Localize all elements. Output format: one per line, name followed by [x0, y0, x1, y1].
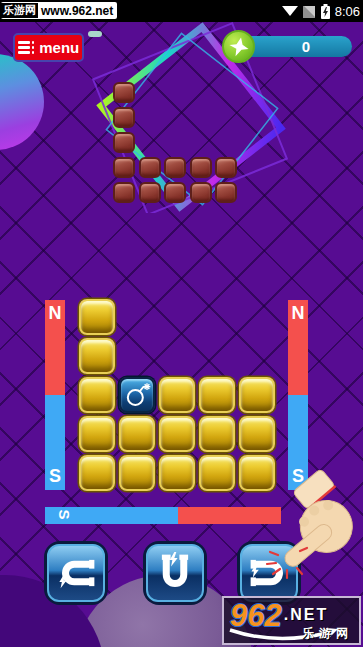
watermark-net: .NET — [284, 606, 328, 624]
score-value: 0 — [238, 36, 352, 57]
gold-block[interactable] — [119, 416, 155, 452]
gold-block[interactable] — [239, 377, 275, 413]
battery-charging-icon — [321, 4, 330, 19]
gold-block[interactable] — [79, 338, 115, 374]
signal-icon — [303, 5, 316, 18]
gold-block[interactable] — [199, 416, 235, 452]
site-name: 乐游网 — [1, 3, 38, 18]
watermark-caption: 乐游网 — [302, 625, 353, 642]
gold-block[interactable] — [159, 455, 195, 491]
bomb-block[interactable] — [119, 377, 155, 413]
gold-block[interactable] — [239, 416, 275, 452]
green-gem-icon — [222, 30, 255, 63]
status-bar: 乐游网 www.962.net 8:06 — [0, 0, 363, 22]
gold-block[interactable] — [79, 299, 115, 335]
hamburger-icon — [18, 41, 35, 54]
gold-block[interactable] — [79, 455, 115, 491]
menu-button[interactable]: menu — [13, 33, 84, 62]
magnet-open-up-icon — [154, 552, 196, 594]
site-url: www.962.net — [41, 4, 113, 18]
menu-label: menu — [39, 39, 79, 56]
magnet-open-right-icon — [55, 552, 97, 594]
gold-block[interactable] — [199, 455, 235, 491]
gold-block[interactable] — [119, 455, 155, 491]
gold-block[interactable] — [159, 377, 195, 413]
site-chip: 乐游网 www.962.net — [1, 2, 117, 19]
gold-block[interactable] — [79, 377, 115, 413]
magnet-up-button[interactable] — [143, 541, 207, 605]
clock: 8:06 — [335, 4, 360, 19]
game-screen: 乐游网 www.962.net 8:06 — [0, 0, 363, 647]
hand-pointer-icon — [262, 468, 362, 580]
gold-block[interactable] — [199, 377, 235, 413]
bomb-icon — [122, 380, 152, 410]
watermark: 962 .NET 乐游网 — [222, 596, 361, 645]
dash-decor — [88, 31, 102, 37]
magnet-left-button[interactable] — [44, 541, 108, 605]
gold-block[interactable] — [159, 416, 195, 452]
gold-block[interactable] — [79, 416, 115, 452]
wifi-icon — [282, 5, 298, 17]
